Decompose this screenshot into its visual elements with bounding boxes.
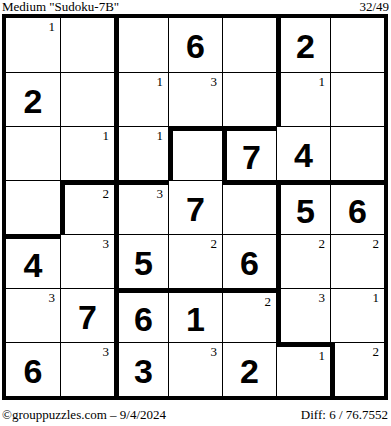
difficulty-rating: Diff: 6 / 76.7552 bbox=[301, 407, 388, 422]
pencil-mark: 3 bbox=[157, 187, 164, 200]
pencil-mark: 3 bbox=[319, 291, 326, 304]
cell-r4c3[interactable]: 2 bbox=[168, 234, 222, 288]
cell-r0c5[interactable]: 2 bbox=[276, 18, 330, 72]
cell-value: 6 bbox=[24, 352, 43, 388]
pencil-mark: 2 bbox=[319, 237, 326, 250]
cell-r6c4[interactable]: 2 bbox=[222, 342, 276, 396]
pencil-mark: 2 bbox=[211, 237, 218, 250]
cell-r3c3[interactable]: 7 bbox=[168, 180, 222, 234]
pencil-mark: 2 bbox=[373, 345, 380, 358]
cell-r3c0[interactable] bbox=[6, 180, 60, 234]
pencil-mark: 3 bbox=[211, 345, 218, 358]
cell-r0c0[interactable]: 1 bbox=[6, 18, 60, 72]
cell-r1c5[interactable]: 1 bbox=[276, 72, 330, 126]
cell-r3c2[interactable]: 3 bbox=[114, 180, 168, 234]
cell-value: 3 bbox=[134, 352, 153, 388]
pencil-mark: 2 bbox=[103, 187, 110, 200]
cell-value: 1 bbox=[186, 300, 205, 336]
cell-r6c1[interactable]: 3 bbox=[60, 342, 114, 396]
cell-r0c3[interactable]: 6 bbox=[168, 18, 222, 72]
cell-value: 6 bbox=[134, 300, 153, 336]
cell-r3c4[interactable] bbox=[222, 180, 276, 234]
cell-r6c5[interactable]: 1 bbox=[276, 342, 330, 396]
cell-r5c6[interactable]: 1 bbox=[330, 288, 384, 342]
pencil-mark: 1 bbox=[157, 75, 164, 88]
cell-value: 7 bbox=[186, 190, 205, 226]
cell-r1c4[interactable] bbox=[222, 72, 276, 126]
cell-r6c2[interactable]: 3 bbox=[114, 342, 168, 396]
cell-r1c2[interactable]: 1 bbox=[114, 72, 168, 126]
cell-r3c5[interactable]: 5 bbox=[276, 180, 330, 234]
cell-value: 6 bbox=[186, 27, 205, 63]
cell-r2c3[interactable] bbox=[168, 126, 222, 180]
cell-value: 2 bbox=[296, 27, 315, 63]
cell-r0c1[interactable] bbox=[60, 18, 114, 72]
cell-r4c6[interactable]: 2 bbox=[330, 234, 384, 288]
cell-r0c6[interactable] bbox=[330, 18, 384, 72]
pencil-mark: 1 bbox=[319, 75, 326, 88]
cell-r3c1[interactable]: 2 bbox=[60, 180, 114, 234]
cell-value: 4 bbox=[24, 246, 43, 282]
cell-r6c6[interactable]: 2 bbox=[330, 342, 384, 396]
cell-value: 5 bbox=[134, 244, 153, 280]
cell-r5c0[interactable]: 3 bbox=[6, 288, 60, 342]
cell-r4c0[interactable]: 4 bbox=[6, 234, 60, 288]
cell-r2c4[interactable]: 7 bbox=[222, 126, 276, 180]
cell-r0c2[interactable] bbox=[114, 18, 168, 72]
cell-r6c0[interactable]: 6 bbox=[6, 342, 60, 396]
footer: ©grouppuzzles.com – 9/4/2024 Diff: 6 / 7… bbox=[0, 407, 391, 422]
board: 1622131117423756435262237612316333212 bbox=[2, 14, 388, 400]
header: Medium "Sudoku-7B" 32/49 bbox=[0, 0, 391, 14]
cell-r1c0[interactable]: 2 bbox=[6, 72, 60, 126]
pencil-mark: 2 bbox=[373, 237, 380, 250]
cell-r0c4[interactable] bbox=[222, 18, 276, 72]
cell-r5c4[interactable]: 2 bbox=[222, 288, 276, 342]
cell-r4c2[interactable]: 5 bbox=[114, 234, 168, 288]
cell-r5c3[interactable]: 1 bbox=[168, 288, 222, 342]
puzzle-title: Medium "Sudoku-7B" bbox=[2, 0, 119, 14]
pencil-mark: 3 bbox=[211, 75, 218, 88]
pencil-mark: 3 bbox=[103, 345, 110, 358]
cell-r2c5[interactable]: 4 bbox=[276, 126, 330, 180]
pencil-mark: 1 bbox=[49, 20, 56, 33]
pencil-mark: 1 bbox=[319, 349, 326, 362]
progress-counter: 32/49 bbox=[359, 0, 389, 14]
pencil-mark: 3 bbox=[49, 291, 56, 304]
pencil-mark: 3 bbox=[103, 237, 110, 250]
cell-value: 2 bbox=[240, 352, 259, 388]
cell-r6c3[interactable]: 3 bbox=[168, 342, 222, 396]
cell-value: 4 bbox=[294, 136, 313, 172]
cell-r2c6[interactable] bbox=[330, 126, 384, 180]
cell-r2c0[interactable] bbox=[6, 126, 60, 180]
cell-r4c5[interactable]: 2 bbox=[276, 234, 330, 288]
pencil-mark: 2 bbox=[265, 295, 272, 308]
cell-r1c6[interactable] bbox=[330, 72, 384, 126]
cell-r5c2[interactable]: 6 bbox=[114, 288, 168, 342]
cell-value: 7 bbox=[242, 138, 261, 174]
cell-value: 6 bbox=[240, 244, 259, 280]
cell-r1c1[interactable] bbox=[60, 72, 114, 126]
cell-r3c6[interactable]: 6 bbox=[330, 180, 384, 234]
pencil-mark: 1 bbox=[103, 129, 110, 142]
cell-r5c1[interactable]: 7 bbox=[60, 288, 114, 342]
cell-value: 2 bbox=[24, 82, 43, 118]
pencil-mark: 1 bbox=[157, 129, 164, 142]
cell-r4c1[interactable]: 3 bbox=[60, 234, 114, 288]
copyright-date: ©grouppuzzles.com – 9/4/2024 bbox=[2, 407, 166, 422]
cell-r1c3[interactable]: 3 bbox=[168, 72, 222, 126]
cell-r2c1[interactable]: 1 bbox=[60, 126, 114, 180]
cell-value: 5 bbox=[296, 192, 315, 228]
pencil-mark: 1 bbox=[373, 291, 380, 304]
cell-r4c4[interactable]: 6 bbox=[222, 234, 276, 288]
cell-value: 6 bbox=[348, 192, 367, 228]
cell-r2c2[interactable]: 1 bbox=[114, 126, 168, 180]
cell-value: 7 bbox=[78, 298, 97, 334]
cell-r5c5[interactable]: 3 bbox=[276, 288, 330, 342]
